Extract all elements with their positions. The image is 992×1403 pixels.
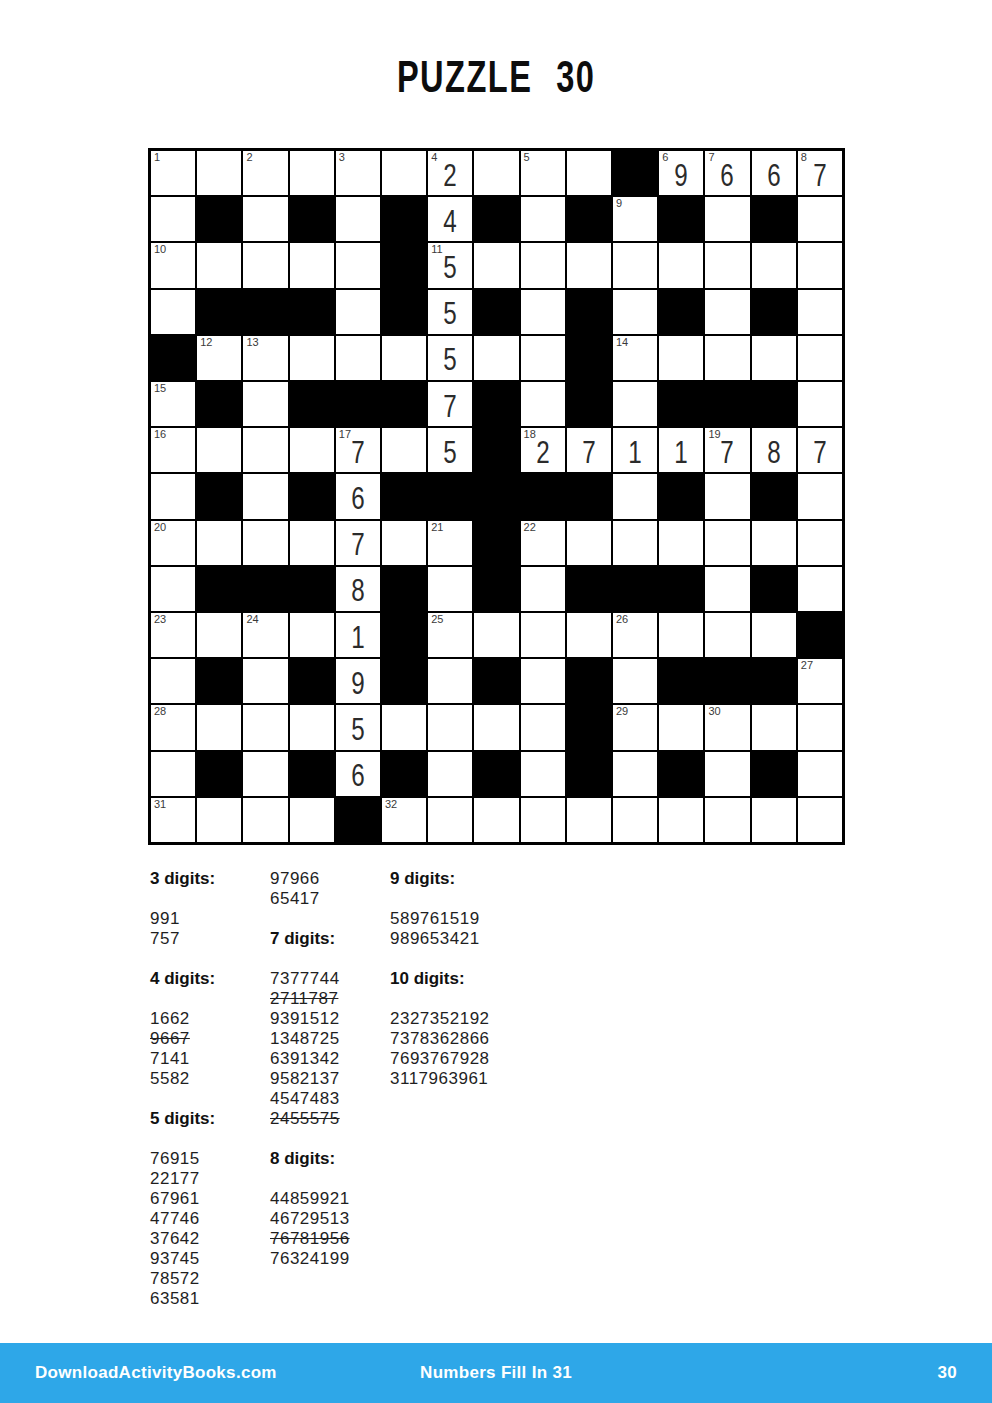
grid-cell[interactable] [474,151,518,195]
block-cell [474,197,518,241]
grid-cell[interactable]: 182 [521,428,565,472]
grid-cell[interactable] [336,197,380,241]
grid-cell[interactable] [798,752,842,796]
grid-cell[interactable] [243,474,287,518]
grid-cell[interactable] [705,474,749,518]
block-cell [659,290,703,334]
clue-number: 25 [431,613,443,626]
number-entry: 991 [150,909,270,929]
grid-cell[interactable]: 31 [151,798,195,842]
number-entry: 6391342 [270,1049,390,1069]
grid-cell[interactable] [382,336,426,380]
digit-group-header: 4 digits: [150,969,270,989]
grid-cell[interactable] [151,197,195,241]
cell-digit: 2 [433,151,467,195]
number-entry: 67961 [150,1189,270,1209]
block-cell [290,567,334,611]
grid-cell[interactable] [752,521,796,565]
footer-site-link[interactable]: DownloadActivityBooks.com [35,1363,277,1383]
grid-cell[interactable] [151,290,195,334]
block-cell [290,659,334,703]
grid-cell[interactable] [474,705,518,749]
block-cell [567,752,611,796]
cell-digit: 9 [664,151,698,195]
grid-cell[interactable]: 6 [752,151,796,195]
grid-cell[interactable]: 76 [705,151,749,195]
block-cell [243,290,287,334]
block-cell [659,197,703,241]
cell-digit: 6 [341,474,375,518]
cell-digit: 6 [341,752,375,796]
clue-number: 32 [385,798,397,811]
number-entry: 589761519 [390,909,610,929]
digit-group-header: 3 digits: [150,869,270,889]
grid-cell[interactable] [613,243,657,287]
cell-digit: 7 [803,428,837,472]
grid-cell[interactable] [428,567,472,611]
grid-cell[interactable] [798,521,842,565]
grid-cell[interactable] [659,705,703,749]
clue-number: 1 [154,151,160,164]
block-cell [197,197,241,241]
grid-cell[interactable] [197,521,241,565]
clue-number: 20 [154,521,166,534]
grid-cell[interactable] [521,752,565,796]
grid-cell[interactable]: 29 [613,705,657,749]
grid-cell[interactable] [798,197,842,241]
grid-cell[interactable] [474,798,518,842]
grid-cell[interactable] [521,705,565,749]
grid-cell[interactable] [197,151,241,195]
grid-cell[interactable]: 115 [428,243,472,287]
grid-cell[interactable]: 7 [798,428,842,472]
grid-cell[interactable] [197,613,241,657]
cell-digit: 7 [341,521,375,565]
block-cell [474,290,518,334]
block-cell [798,613,842,657]
grid-cell[interactable] [428,798,472,842]
grid-cell[interactable]: 5 [428,290,472,334]
cell-digit: 7 [433,382,467,426]
grid-cell[interactable] [290,151,334,195]
block-cell [151,336,195,380]
grid-cell[interactable]: 7 [428,382,472,426]
grid-cell[interactable] [752,705,796,749]
grid-cell[interactable] [567,613,611,657]
grid-cell[interactable] [521,197,565,241]
cell-digit: 9 [341,659,375,703]
block-cell [382,197,426,241]
grid-cell[interactable] [521,290,565,334]
grid-cell[interactable] [197,428,241,472]
clue-number: 24 [246,613,258,626]
block-cell [197,474,241,518]
grid-cell[interactable]: 16 [151,428,195,472]
clue-number: 27 [801,659,813,672]
grid-cell[interactable] [613,474,657,518]
clue-number: 22 [524,521,536,534]
cell-digit: 8 [756,428,790,472]
footer-bar: DownloadActivityBooks.com Numbers Fill I… [0,1343,992,1403]
grid-cell[interactable] [474,336,518,380]
grid-cell[interactable] [428,705,472,749]
grid-cell[interactable] [243,659,287,703]
grid-cell[interactable] [659,613,703,657]
page-title: PUZZLE 30 [0,52,992,102]
grid-cell[interactable] [705,243,749,287]
grid-cell[interactable] [290,705,334,749]
block-cell [382,567,426,611]
clue-number: 10 [154,243,166,256]
block-cell [752,567,796,611]
grid-cell[interactable] [521,798,565,842]
grid-cell[interactable] [243,521,287,565]
grid-cell[interactable] [197,798,241,842]
number-entry: 44859921 [270,1189,390,1209]
grid-cell[interactable]: 177 [336,428,380,472]
block-cell [290,752,334,796]
digit-group-header: 5 digits: [150,1109,270,1129]
grid-cell[interactable] [613,798,657,842]
grid-cell[interactable]: 5 [428,336,472,380]
grid-cell[interactable] [567,798,611,842]
grid-cell[interactable] [752,613,796,657]
clue-number: 9 [616,197,622,210]
block-cell [752,290,796,334]
grid-cell[interactable]: 1 [336,613,380,657]
grid-cell[interactable]: 27 [798,659,842,703]
grid-cell[interactable] [705,798,749,842]
number-entry: 2711787 [270,989,390,1009]
clue-number: 16 [154,428,166,441]
grid-cell[interactable]: 7 [336,521,380,565]
grid-cell[interactable]: 1 [151,151,195,195]
cell-digit: 1 [341,613,375,657]
grid-cell[interactable]: 6 [336,752,380,796]
number-entry: 78572 [150,1269,270,1289]
clue-number: 28 [154,705,166,718]
block-cell [567,705,611,749]
digit-group-header: 9 digits: [390,869,610,889]
grid-cell[interactable] [243,798,287,842]
list-spacer [150,1089,270,1109]
block-cell [474,521,518,565]
block-cell [336,798,380,842]
grid-cell[interactable] [290,243,334,287]
number-entry: 65417 [270,889,390,909]
grid-cell[interactable] [659,336,703,380]
grid-cell[interactable]: 14 [613,336,657,380]
grid-cell[interactable] [705,197,749,241]
grid-cell[interactable]: 3 [336,151,380,195]
grid-cell[interactable] [474,613,518,657]
grid-cell[interactable]: 8 [752,428,796,472]
block-cell [659,567,703,611]
list-spacer [150,889,270,909]
list-column: 9 digits: 589761519989653421 10 digits: … [390,869,610,1309]
block-cell [752,752,796,796]
puzzle-grid: 1234256976687491011551213514157161775182… [148,148,845,845]
number-entry: 989653421 [390,929,610,949]
grid-cell[interactable] [197,705,241,749]
grid-cell[interactable]: 5 [336,705,380,749]
grid-cell[interactable] [197,243,241,287]
block-cell [197,659,241,703]
grid-cell[interactable]: 24 [243,613,287,657]
grid-cell[interactable] [521,613,565,657]
grid-cell[interactable] [474,243,518,287]
grid-cell[interactable] [798,382,842,426]
grid-cell[interactable]: 1 [659,428,703,472]
cell-digit: 7 [341,428,375,472]
grid-cell[interactable] [798,798,842,842]
block-cell [474,659,518,703]
grid-cell[interactable]: 197 [705,428,749,472]
grid-cell[interactable] [336,290,380,334]
grid-cell[interactable]: 20 [151,521,195,565]
grid-cell[interactable] [705,290,749,334]
grid-cell[interactable]: 69 [659,151,703,195]
cell-digit: 6 [756,151,790,195]
number-entry: 7141 [150,1049,270,1069]
block-cell [382,613,426,657]
number-lists: 3 digits: 991757 4 digits: 1662966771415… [150,869,610,1309]
clue-number: 5 [524,151,530,164]
list-spacer [390,949,610,969]
grid-cell[interactable]: 25 [428,613,472,657]
block-cell [382,243,426,287]
grid-cell[interactable] [752,798,796,842]
number-entry: 76915 [150,1149,270,1169]
grid-cell[interactable] [243,197,287,241]
cell-digit: 7 [710,428,744,472]
footer-page-number: 30 [937,1363,957,1383]
grid-cell[interactable] [659,521,703,565]
list-spacer [150,989,270,1009]
grid-cell[interactable] [521,382,565,426]
grid-cell[interactable] [798,243,842,287]
grid-cell[interactable] [613,290,657,334]
grid-cell[interactable]: 22 [521,521,565,565]
cell-digit: 5 [433,336,467,380]
grid-cell[interactable] [428,752,472,796]
block-cell [474,382,518,426]
grid-cell[interactable] [705,336,749,380]
clue-number: 31 [154,798,166,811]
block-cell [382,659,426,703]
block-cell [474,474,518,518]
grid-cell[interactable] [521,243,565,287]
grid-cell[interactable] [151,752,195,796]
grid-cell[interactable] [567,243,611,287]
grid-cell[interactable]: 4 [428,197,472,241]
grid-cell[interactable] [705,521,749,565]
grid-cell[interactable]: 26 [613,613,657,657]
block-cell [197,290,241,334]
grid-cell[interactable] [613,521,657,565]
block-cell [659,752,703,796]
block-cell [567,290,611,334]
grid-cell[interactable] [243,382,287,426]
grid-cell[interactable]: 5 [428,428,472,472]
list-spacer [270,1129,390,1149]
grid-cell[interactable] [752,243,796,287]
grid-cell[interactable] [336,243,380,287]
block-cell [197,567,241,611]
block-cell [290,474,334,518]
list-spacer [270,1169,390,1189]
grid-cell[interactable]: 15 [151,382,195,426]
grid-cell[interactable] [659,798,703,842]
clue-number: 2 [246,151,252,164]
number-entry: 97966 [270,869,390,889]
grid-cell[interactable] [382,151,426,195]
clue-number: 14 [616,336,628,349]
grid-cell[interactable] [659,243,703,287]
page-title-text: PUZZLE 30 [397,52,596,103]
grid-cell[interactable] [290,613,334,657]
clue-number: 3 [339,151,345,164]
grid-cell[interactable]: 13 [243,336,287,380]
grid-cell[interactable]: 28 [151,705,195,749]
grid-cell[interactable] [428,659,472,703]
grid-cell[interactable]: 9 [613,197,657,241]
grid-cell[interactable] [521,567,565,611]
cell-digit: 5 [433,290,467,334]
number-entry: 7693767928 [390,1049,610,1069]
grid-cell[interactable] [521,659,565,703]
block-cell [290,290,334,334]
number-entry: 2455575 [270,1109,390,1129]
list-spacer [390,889,610,909]
grid-cell[interactable] [382,428,426,472]
cell-digit: 5 [341,705,375,749]
grid-cell[interactable]: 8 [336,567,380,611]
grid-cell[interactable] [705,567,749,611]
grid-cell[interactable]: 2 [243,151,287,195]
cell-digit: 7 [572,428,606,472]
grid-cell[interactable] [382,705,426,749]
grid-cell[interactable] [705,752,749,796]
number-entry: 76781956 [270,1229,390,1249]
grid-cell[interactable]: 87 [798,151,842,195]
clue-number: 26 [616,613,628,626]
grid-cell[interactable] [798,567,842,611]
number-entry: 7378362866 [390,1029,610,1049]
grid-cell[interactable]: 12 [197,336,241,380]
block-cell [474,428,518,472]
list-spacer [150,949,270,969]
block-cell [659,474,703,518]
block-cell [382,752,426,796]
number-entry: 9582137 [270,1069,390,1089]
grid-cell[interactable]: 6 [336,474,380,518]
grid-cell[interactable] [798,336,842,380]
grid-cell[interactable] [243,705,287,749]
list-spacer [150,1129,270,1149]
grid-cell[interactable]: 30 [705,705,749,749]
grid-cell[interactable] [752,336,796,380]
grid-cell[interactable] [290,428,334,472]
cell-digit: 2 [525,428,559,472]
block-cell [197,752,241,796]
grid-cell[interactable]: 10 [151,243,195,287]
number-entry: 9391512 [270,1009,390,1029]
grid-cell[interactable] [567,151,611,195]
grid-cell[interactable]: 1 [613,428,657,472]
block-cell [613,151,657,195]
list-column: 3 digits: 991757 4 digits: 1662966771415… [150,869,270,1309]
grid-cell[interactable] [290,798,334,842]
block-cell [659,382,703,426]
block-cell [567,382,611,426]
block-cell [197,382,241,426]
list-column: 9796665417 7 digits: 7377744271178793915… [270,869,390,1309]
clue-number: 13 [246,336,258,349]
grid-cell[interactable] [798,705,842,749]
number-entry: 4547483 [270,1089,390,1109]
grid-cell[interactable] [151,567,195,611]
grid-cell[interactable] [382,521,426,565]
cell-digit: 8 [341,567,375,611]
grid-cell[interactable]: 32 [382,798,426,842]
grid-cell[interactable] [243,243,287,287]
block-cell [290,382,334,426]
grid-cell[interactable] [336,336,380,380]
block-cell [752,197,796,241]
block-cell [382,290,426,334]
number-entry: 1662 [150,1009,270,1029]
cell-digit: 4 [433,197,467,241]
grid-cell[interactable] [151,659,195,703]
grid-cell[interactable] [290,336,334,380]
grid-cell[interactable]: 42 [428,151,472,195]
clue-number: 29 [616,705,628,718]
cell-digit: 6 [710,151,744,195]
block-cell [382,474,426,518]
grid-cell[interactable] [151,474,195,518]
number-entry: 757 [150,929,270,949]
grid-cell[interactable] [705,613,749,657]
grid-cell[interactable] [567,521,611,565]
digit-group-header: 7 digits: [270,929,390,949]
grid-cell[interactable] [521,336,565,380]
grid-cell[interactable]: 23 [151,613,195,657]
cell-digit: 1 [664,428,698,472]
grid-cell[interactable] [798,474,842,518]
block-cell [705,382,749,426]
grid-cell[interactable] [613,659,657,703]
block-cell [705,659,749,703]
number-entry: 5582 [150,1069,270,1089]
grid-cell[interactable]: 9 [336,659,380,703]
grid-cell[interactable]: 7 [567,428,611,472]
grid-cell[interactable] [243,428,287,472]
grid-cell[interactable] [613,382,657,426]
number-entry: 7377744 [270,969,390,989]
clue-number: 15 [154,382,166,395]
grid-cell[interactable]: 21 [428,521,472,565]
grid-cell[interactable]: 5 [521,151,565,195]
grid-cell[interactable] [243,752,287,796]
block-cell [336,382,380,426]
block-cell [752,382,796,426]
list-spacer [390,989,610,1009]
number-entry: 93745 [150,1249,270,1269]
grid-cell[interactable] [798,290,842,334]
grid-cell[interactable] [290,521,334,565]
grid-cell[interactable] [613,752,657,796]
